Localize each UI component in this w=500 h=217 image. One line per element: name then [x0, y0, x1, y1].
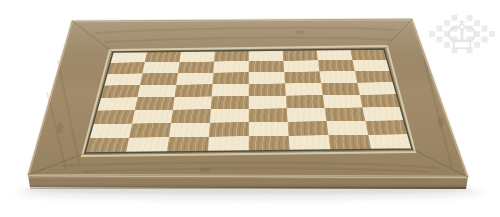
product-photo-stage: ♔ — [0, 0, 500, 217]
inlay-line — [85, 49, 412, 153]
maple-inlay-strip — [82, 46, 415, 156]
king-watermark-icon: ♔ — [444, 12, 480, 58]
shop-watermark-logo: ♔ — [424, 5, 500, 63]
